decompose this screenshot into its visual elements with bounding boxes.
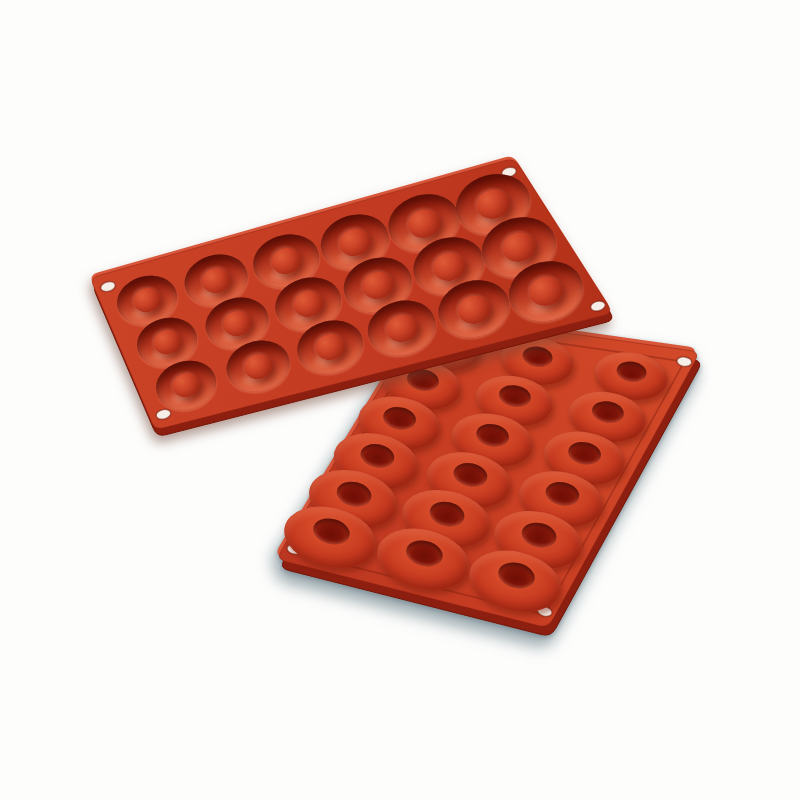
back-mold-cavity-side-body [0,0,800,800]
product-photo-silicone-savarin-molds [0,0,800,800]
